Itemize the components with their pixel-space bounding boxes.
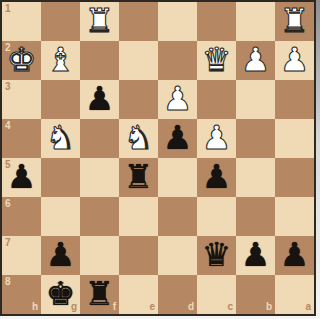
file-label-b: b	[266, 302, 272, 312]
board-frame: 1♜♜2♚♝♛♟♟3♟♟4♞♞♟♟5♟♜♟67♟♛♟♟8hg♚f♜edcba	[0, 0, 316, 316]
square-a5[interactable]	[275, 158, 314, 197]
square-h2[interactable]: 2♚	[2, 41, 41, 80]
square-g8[interactable]: g♚	[41, 275, 80, 314]
square-d5[interactable]	[158, 158, 197, 197]
square-e8[interactable]: e	[119, 275, 158, 314]
white-bishop: ♝	[46, 41, 76, 79]
chess-diagram: 1♜♜2♚♝♛♟♟3♟♟4♞♞♟♟5♟♜♟67♟♛♟♟8hg♚f♜edcba	[0, 0, 320, 319]
square-a4[interactable]	[275, 119, 314, 158]
black-pawn: ♟	[7, 158, 37, 196]
white-rook: ♜	[85, 2, 115, 40]
square-g4[interactable]: ♞	[41, 119, 80, 158]
square-c2[interactable]: ♛	[197, 41, 236, 80]
square-d7[interactable]	[158, 236, 197, 275]
black-pawn: ♟	[85, 80, 115, 118]
square-a3[interactable]	[275, 80, 314, 119]
square-a8[interactable]: a	[275, 275, 314, 314]
rank-label-1: 1	[5, 4, 11, 14]
square-b6[interactable]	[236, 197, 275, 236]
black-queen: ♛	[202, 236, 232, 274]
rank-label-6: 6	[5, 199, 11, 209]
file-label-c: c	[227, 302, 233, 312]
black-pawn: ♟	[46, 236, 76, 274]
square-e4[interactable]: ♞	[119, 119, 158, 158]
square-d4[interactable]: ♟	[158, 119, 197, 158]
black-rook: ♜	[85, 275, 115, 313]
white-rook: ♜	[280, 2, 310, 40]
square-c3[interactable]	[197, 80, 236, 119]
rank-label-4: 4	[5, 121, 11, 131]
square-b7[interactable]: ♟	[236, 236, 275, 275]
square-c5[interactable]: ♟	[197, 158, 236, 197]
square-f5[interactable]	[80, 158, 119, 197]
square-h1[interactable]: 1	[2, 2, 41, 41]
square-e1[interactable]	[119, 2, 158, 41]
square-a2[interactable]: ♟	[275, 41, 314, 80]
square-f2[interactable]	[80, 41, 119, 80]
black-pawn: ♟	[202, 158, 232, 196]
square-c4[interactable]: ♟	[197, 119, 236, 158]
square-a1[interactable]: ♜	[275, 2, 314, 41]
rank-label-8: 8	[5, 277, 11, 287]
square-g1[interactable]	[41, 2, 80, 41]
black-pawn: ♟	[163, 119, 193, 157]
square-f3[interactable]: ♟	[80, 80, 119, 119]
chess-board: 1♜♜2♚♝♛♟♟3♟♟4♞♞♟♟5♟♜♟67♟♛♟♟8hg♚f♜edcba	[2, 2, 314, 314]
square-e7[interactable]	[119, 236, 158, 275]
square-d6[interactable]	[158, 197, 197, 236]
rank-label-7: 7	[5, 238, 11, 248]
square-g6[interactable]	[41, 197, 80, 236]
white-knight: ♞	[46, 119, 76, 157]
square-d8[interactable]: d	[158, 275, 197, 314]
white-pawn: ♟	[202, 119, 232, 157]
square-f7[interactable]	[80, 236, 119, 275]
square-b3[interactable]	[236, 80, 275, 119]
square-g7[interactable]: ♟	[41, 236, 80, 275]
black-pawn: ♟	[280, 236, 310, 274]
square-g5[interactable]	[41, 158, 80, 197]
square-h3[interactable]: 3	[2, 80, 41, 119]
black-pawn: ♟	[241, 236, 271, 274]
square-e6[interactable]	[119, 197, 158, 236]
square-f6[interactable]	[80, 197, 119, 236]
square-c7[interactable]: ♛	[197, 236, 236, 275]
square-c6[interactable]	[197, 197, 236, 236]
square-e2[interactable]	[119, 41, 158, 80]
square-c8[interactable]: c	[197, 275, 236, 314]
square-g3[interactable]	[41, 80, 80, 119]
rank-label-3: 3	[5, 82, 11, 92]
square-d1[interactable]	[158, 2, 197, 41]
square-f4[interactable]	[80, 119, 119, 158]
square-h6[interactable]: 6	[2, 197, 41, 236]
square-b2[interactable]: ♟	[236, 41, 275, 80]
square-a6[interactable]	[275, 197, 314, 236]
file-label-h: h	[32, 302, 38, 312]
square-d2[interactable]	[158, 41, 197, 80]
black-king: ♚	[46, 275, 76, 313]
square-g2[interactable]: ♝	[41, 41, 80, 80]
square-e5[interactable]: ♜	[119, 158, 158, 197]
square-b1[interactable]	[236, 2, 275, 41]
square-h5[interactable]: 5♟	[2, 158, 41, 197]
file-label-e: e	[149, 302, 155, 312]
white-pawn: ♟	[280, 41, 310, 79]
square-a7[interactable]: ♟	[275, 236, 314, 275]
square-h8[interactable]: 8h	[2, 275, 41, 314]
square-e3[interactable]	[119, 80, 158, 119]
white-pawn: ♟	[163, 80, 193, 118]
white-king: ♚	[7, 41, 37, 79]
black-rook: ♜	[124, 158, 154, 196]
square-h4[interactable]: 4	[2, 119, 41, 158]
white-knight: ♞	[124, 119, 154, 157]
square-f1[interactable]: ♜	[80, 2, 119, 41]
square-d3[interactable]: ♟	[158, 80, 197, 119]
white-pawn: ♟	[241, 41, 271, 79]
square-h7[interactable]: 7	[2, 236, 41, 275]
square-b8[interactable]: b	[236, 275, 275, 314]
white-queen: ♛	[202, 41, 232, 79]
file-label-d: d	[188, 302, 194, 312]
square-b5[interactable]	[236, 158, 275, 197]
square-c1[interactable]	[197, 2, 236, 41]
file-label-a: a	[305, 302, 311, 312]
square-b4[interactable]	[236, 119, 275, 158]
square-f8[interactable]: f♜	[80, 275, 119, 314]
